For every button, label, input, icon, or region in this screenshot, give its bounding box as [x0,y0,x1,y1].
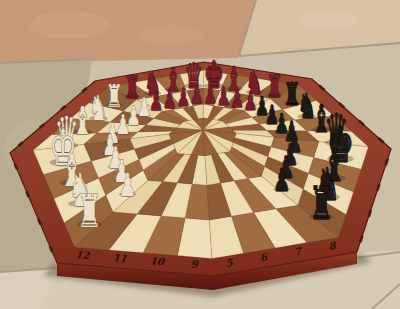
chess-piece-red-P: ♟ [230,84,244,113]
chess-piece-red-P: ♟ [190,80,204,109]
chess-piece-red-P: ♟ [217,82,231,111]
scene-canvas: 87659101112 ♚♛♝♝♞♞♜♜♟♟♜♟♟♜♟♟♟♟♟♟♞♞♟♟♝♟♝♟… [0,0,400,309]
floor-mottle [300,11,360,29]
chess-piece-black-R: ♜ [309,177,334,230]
floor-mottle [136,25,204,45]
chess-piece-red-P: ♟ [163,85,177,114]
floor-mottle [30,11,110,39]
chess-piece-red-P: ♟ [203,80,217,109]
photo-of-three-player-chess: 87659101112 ♚♛♝♝♞♞♜♜♟♟♜♟♟♜♟♟♟♟♟♟♞♞♟♟♝♟♝♟… [0,0,400,309]
chess-piece-white-R: ♜ [77,185,102,238]
file-label: 11 [112,252,127,264]
file-label: 10 [150,255,166,267]
chess-piece-red-P: ♟ [149,87,163,116]
chess-piece-black-P: ♟ [273,162,290,198]
file-label: 12 [75,249,91,261]
chess-piece-red-P: ♟ [176,83,190,112]
chess-piece-white-P: ♟ [119,166,137,203]
